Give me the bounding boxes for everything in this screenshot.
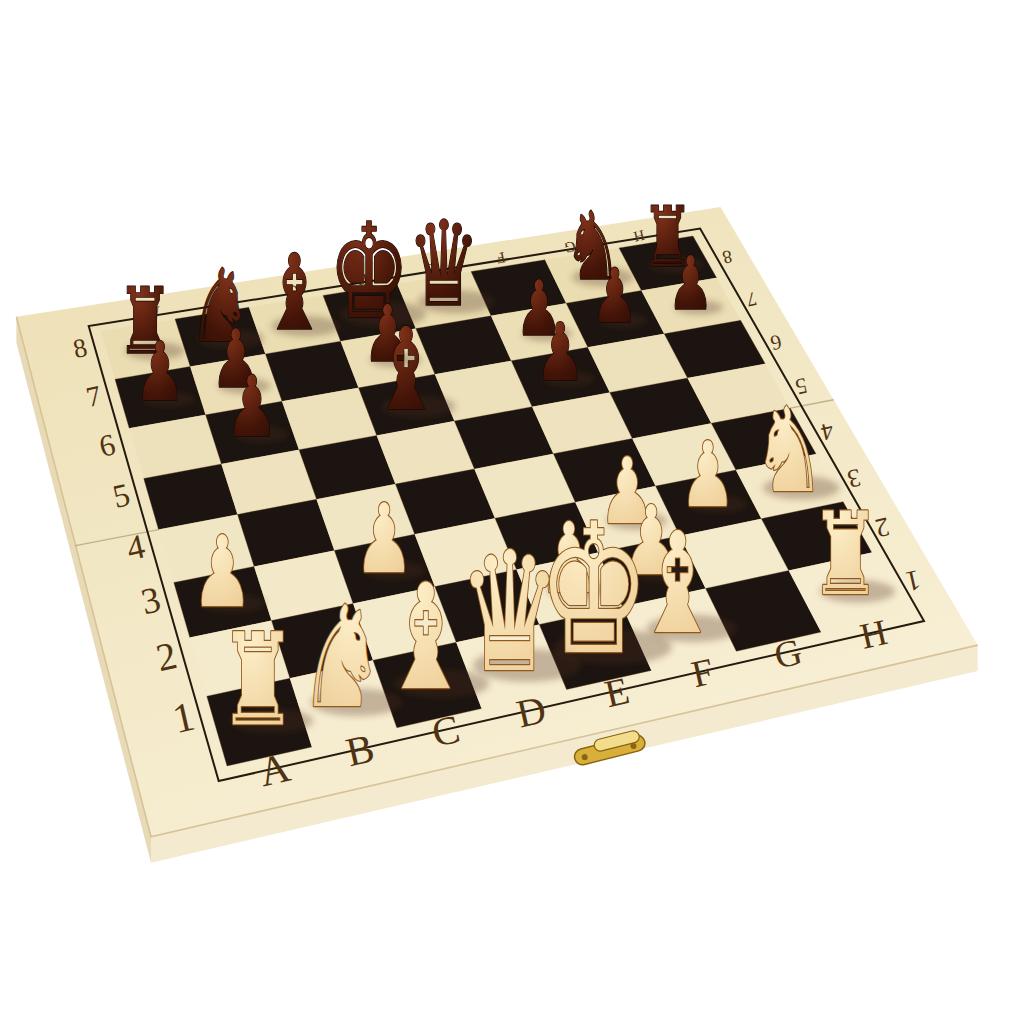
piece-black-pawn-g7[interactable]: ♟	[591, 252, 638, 339]
piece-black-pawn-a7[interactable]: ♟	[135, 325, 186, 420]
piece-white-rook-h1[interactable]: ♜	[810, 487, 882, 620]
piece-black-pawn-b6[interactable]: ♟	[226, 357, 279, 456]
product-photo: ABCDEFGHABCDEFGH1234567812345678♜♞♛♟♚♟♝♟…	[0, 0, 1024, 1024]
piece-black-pawn-f6[interactable]: ♟	[535, 306, 585, 399]
piece-white-knight-b1[interactable]: ♞	[298, 576, 386, 740]
piece-black-bishop-c8[interactable]: ♝	[262, 231, 328, 353]
piece-white-rook-a1[interactable]: ♜	[218, 606, 297, 755]
chessboard-scene: ABCDEFGHABCDEFGH1234567812345678♜♞♛♟♚♟♝♟…	[0, 0, 1024, 1024]
piece-black-pawn-h7[interactable]: ♟	[668, 240, 714, 326]
piece-black-bishop-d6[interactable]: ♝	[370, 304, 441, 436]
